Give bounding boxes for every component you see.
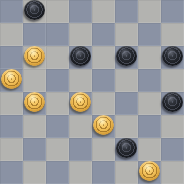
square-r5c2[interactable] xyxy=(46,115,69,138)
square-r4c7[interactable] xyxy=(161,92,184,115)
square-r2c0[interactable] xyxy=(0,46,23,69)
square-r6c2[interactable] xyxy=(46,138,69,161)
square-r6c0[interactable] xyxy=(0,138,23,161)
gold-man-piece[interactable] xyxy=(24,46,45,66)
square-r0c5[interactable] xyxy=(115,0,138,23)
square-r7c4[interactable] xyxy=(92,161,115,184)
square-r4c5[interactable] xyxy=(115,92,138,115)
square-r6c6[interactable] xyxy=(138,138,161,161)
square-r7c1[interactable] xyxy=(23,161,46,184)
square-r1c1[interactable] xyxy=(23,23,46,46)
square-r2c3[interactable] xyxy=(69,46,92,69)
square-r0c7[interactable] xyxy=(161,0,184,23)
gold-man-piece[interactable] xyxy=(24,92,45,112)
square-r3c7[interactable] xyxy=(161,69,184,92)
square-r3c3[interactable] xyxy=(69,69,92,92)
square-r3c0[interactable] xyxy=(0,69,23,92)
square-r2c5[interactable] xyxy=(115,46,138,69)
square-r6c1[interactable] xyxy=(23,138,46,161)
square-r4c6[interactable] xyxy=(138,92,161,115)
square-r5c6[interactable] xyxy=(138,115,161,138)
square-r4c3[interactable] xyxy=(69,92,92,115)
square-r1c0[interactable] xyxy=(0,23,23,46)
square-r5c4[interactable] xyxy=(92,115,115,138)
square-r6c5[interactable] xyxy=(115,138,138,161)
square-r0c6[interactable] xyxy=(138,0,161,23)
square-r1c5[interactable] xyxy=(115,23,138,46)
square-r6c3[interactable] xyxy=(69,138,92,161)
checkers-board xyxy=(0,0,184,184)
square-r7c6[interactable] xyxy=(138,161,161,184)
square-r7c7[interactable] xyxy=(161,161,184,184)
square-r3c4[interactable] xyxy=(92,69,115,92)
square-r0c2[interactable] xyxy=(46,0,69,23)
square-r0c0[interactable] xyxy=(0,0,23,23)
square-r5c5[interactable] xyxy=(115,115,138,138)
gold-man-piece[interactable] xyxy=(1,69,22,89)
square-r7c5[interactable] xyxy=(115,161,138,184)
square-r1c7[interactable] xyxy=(161,23,184,46)
square-r3c6[interactable] xyxy=(138,69,161,92)
square-r7c0[interactable] xyxy=(0,161,23,184)
square-r4c2[interactable] xyxy=(46,92,69,115)
gold-man-piece[interactable] xyxy=(139,161,160,181)
black-man-piece[interactable] xyxy=(24,0,45,20)
square-r2c2[interactable] xyxy=(46,46,69,69)
square-r3c5[interactable] xyxy=(115,69,138,92)
square-r1c4[interactable] xyxy=(92,23,115,46)
black-man-piece[interactable] xyxy=(116,138,137,158)
gold-man-piece[interactable] xyxy=(70,92,91,112)
square-r6c7[interactable] xyxy=(161,138,184,161)
square-r1c2[interactable] xyxy=(46,23,69,46)
square-r4c4[interactable] xyxy=(92,92,115,115)
gold-man-piece[interactable] xyxy=(93,115,114,135)
square-r4c1[interactable] xyxy=(23,92,46,115)
square-r2c1[interactable] xyxy=(23,46,46,69)
square-r7c3[interactable] xyxy=(69,161,92,184)
square-r0c3[interactable] xyxy=(69,0,92,23)
square-r7c2[interactable] xyxy=(46,161,69,184)
square-r4c0[interactable] xyxy=(0,92,23,115)
square-r5c7[interactable] xyxy=(161,115,184,138)
square-r1c3[interactable] xyxy=(69,23,92,46)
black-man-piece[interactable] xyxy=(162,92,183,112)
square-r0c4[interactable] xyxy=(92,0,115,23)
black-man-piece[interactable] xyxy=(70,46,91,66)
square-r3c1[interactable] xyxy=(23,69,46,92)
square-r5c0[interactable] xyxy=(0,115,23,138)
square-r3c2[interactable] xyxy=(46,69,69,92)
square-r2c6[interactable] xyxy=(138,46,161,69)
square-r2c4[interactable] xyxy=(92,46,115,69)
square-r2c7[interactable] xyxy=(161,46,184,69)
square-r5c1[interactable] xyxy=(23,115,46,138)
square-r0c1[interactable] xyxy=(23,0,46,23)
square-r1c6[interactable] xyxy=(138,23,161,46)
square-r5c3[interactable] xyxy=(69,115,92,138)
black-man-piece[interactable] xyxy=(116,46,137,66)
black-man-piece[interactable] xyxy=(162,46,183,66)
square-r6c4[interactable] xyxy=(92,138,115,161)
